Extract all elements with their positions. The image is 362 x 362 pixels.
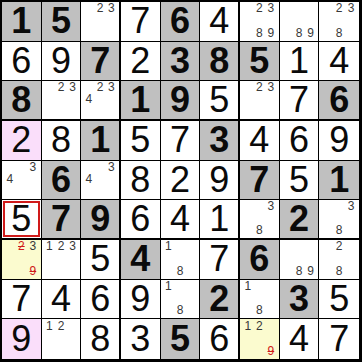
candidate-grid: 238 xyxy=(321,2,357,39)
candidate-grid: 18 xyxy=(163,280,198,317)
candidate-2: 2 xyxy=(333,2,345,14)
candidate-grid: 2389 xyxy=(242,2,277,39)
solved-digit: 6 xyxy=(209,321,229,357)
candidate-2: 2 xyxy=(95,2,106,14)
solved-digit: 2 xyxy=(11,122,31,158)
given-digit: 1 xyxy=(90,122,110,158)
given-digit: 2 xyxy=(209,281,229,317)
cell-r7c2[interactable]: 123 xyxy=(42,240,82,280)
candidate-8: 8 xyxy=(254,26,266,38)
solved-digit: 2 xyxy=(130,43,150,79)
cell-r8c9[interactable]: 5 xyxy=(319,280,359,320)
cell-r7c6[interactable]: 7 xyxy=(200,240,240,280)
solved-digit: 5 xyxy=(90,241,110,277)
solved-digit: 8 xyxy=(130,162,150,198)
cell-r4c3[interactable]: 1 xyxy=(81,121,121,161)
given-digit: 1 xyxy=(11,3,31,39)
candidate-8: 8 xyxy=(174,304,186,316)
given-digit: 5 xyxy=(51,3,71,39)
cell-r8c1[interactable]: 7 xyxy=(2,280,42,320)
cell-r2c4[interactable]: 2 xyxy=(121,42,161,82)
candidate-1: 1 xyxy=(163,280,175,292)
given-digit: 6 xyxy=(329,82,349,118)
cell-r7c8[interactable]: 89 xyxy=(280,240,320,280)
cell-r3c6[interactable]: 5 xyxy=(200,81,240,121)
cell-r6c3[interactable]: 9 xyxy=(81,200,121,240)
candidate-grid: 28 xyxy=(321,240,357,277)
candidate-grid: 34 xyxy=(83,161,117,198)
cell-r7c9[interactable]: 28 xyxy=(319,240,359,280)
cell-r3c1[interactable]: 8 xyxy=(2,81,42,121)
cell-r2c7[interactable]: 5 xyxy=(240,42,280,82)
cell-r5c4[interactable]: 8 xyxy=(121,161,161,201)
candidate-grid: 18 xyxy=(163,240,198,277)
solved-digit: 7 xyxy=(329,321,349,357)
cell-r9c9[interactable]: 7 xyxy=(319,319,359,359)
cell-r2c9[interactable]: 4 xyxy=(319,42,359,82)
solved-digit: 6 xyxy=(11,43,31,79)
cell-r5c9[interactable]: 1 xyxy=(319,161,359,201)
candidate-2: 2 xyxy=(95,81,106,93)
given-digit: 9 xyxy=(170,82,190,118)
candidate-2: 2 xyxy=(55,319,67,332)
cell-r6c7[interactable]: 38 xyxy=(240,200,280,240)
candidate-2: 2 xyxy=(55,81,67,93)
candidate-9: 9 xyxy=(305,264,317,276)
cell-r5c5[interactable]: 2 xyxy=(161,161,201,201)
candidate-2: 2 xyxy=(254,2,266,14)
candidate-8: 8 xyxy=(293,264,305,276)
solved-digit: 5 xyxy=(289,162,309,198)
candidate-3: 3 xyxy=(106,2,117,14)
solved-digit: 4 xyxy=(329,43,349,79)
cell-r9c1[interactable]: 9 xyxy=(2,319,42,359)
cell-r9c7[interactable]: 129 xyxy=(240,319,280,359)
cell-r9c8[interactable]: 4 xyxy=(280,319,320,359)
cell-r8c3[interactable]: 6 xyxy=(81,280,121,320)
solved-digit: 6 xyxy=(289,122,309,158)
solved-digit: 5 xyxy=(130,122,150,158)
given-digit: 3 xyxy=(289,281,309,317)
solved-digit: 2 xyxy=(170,162,190,198)
solved-digit: 9 xyxy=(209,162,229,198)
candidate-grid: 18 xyxy=(242,280,277,317)
candidate-3: 3 xyxy=(345,200,357,212)
cell-r6c2[interactable]: 7 xyxy=(42,200,82,240)
cell-r6c9[interactable]: 38 xyxy=(319,200,359,240)
candidate-3: 3 xyxy=(106,81,117,93)
candidate-8: 8 xyxy=(254,224,266,236)
given-digit: 8 xyxy=(11,82,31,118)
eliminated-candidate-9: 9 xyxy=(265,344,277,357)
candidate-grid: 129 xyxy=(242,319,277,357)
candidate-1: 1 xyxy=(242,280,254,292)
candidate-9: 9 xyxy=(305,26,317,38)
candidate-grid: 239 xyxy=(4,240,39,277)
cell-r9c2[interactable]: 12 xyxy=(42,319,82,359)
solved-digit: 7 xyxy=(11,281,31,317)
candidate-8: 8 xyxy=(174,264,186,276)
candidate-8: 8 xyxy=(333,26,345,38)
cell-r4c5[interactable]: 7 xyxy=(161,121,201,161)
cell-r5c6[interactable]: 9 xyxy=(200,161,240,201)
cell-r7c1[interactable]: 239 xyxy=(2,240,42,280)
candidate-grid: 23 xyxy=(44,81,79,117)
cell-r2c1[interactable]: 6 xyxy=(2,42,42,82)
cell-r2c8[interactable]: 1 xyxy=(280,42,320,82)
cell-r8c5[interactable]: 18 xyxy=(161,280,201,320)
cell-r8c7[interactable]: 18 xyxy=(240,280,280,320)
cell-r3c4[interactable]: 1 xyxy=(121,81,161,121)
cell-r9c3[interactable]: 8 xyxy=(81,319,121,359)
given-digit: 1 xyxy=(329,162,349,198)
cell-r5c8[interactable]: 5 xyxy=(280,161,320,201)
cell-r9c6[interactable]: 6 xyxy=(200,319,240,359)
solved-digit: 9 xyxy=(329,122,349,158)
cell-r1c4[interactable]: 7 xyxy=(121,2,161,42)
candidate-grid: 23 xyxy=(83,2,117,39)
candidate-2: 2 xyxy=(333,240,345,252)
cell-r6c1[interactable]: 5 xyxy=(2,200,42,240)
solved-digit: 4 xyxy=(249,122,269,158)
cell-r3c5[interactable]: 9 xyxy=(161,81,201,121)
cell-r3c3[interactable]: 234 xyxy=(81,81,121,121)
cell-r4c4[interactable]: 5 xyxy=(121,121,161,161)
cell-r1c6[interactable]: 4 xyxy=(200,2,240,42)
cell-r4c6[interactable]: 3 xyxy=(200,121,240,161)
solved-digit: 9 xyxy=(51,43,71,79)
candidate-grid: 123 xyxy=(44,240,79,277)
solved-digit: 1 xyxy=(289,43,309,79)
solved-digit: 7 xyxy=(130,3,150,39)
cell-r6c4[interactable]: 6 xyxy=(121,200,161,240)
candidate-2: 2 xyxy=(254,81,266,93)
solved-digit: 7 xyxy=(170,122,190,158)
cell-r3c2[interactable]: 23 xyxy=(42,81,82,121)
cell-r7c7[interactable]: 6 xyxy=(240,240,280,280)
candidate-grid: 234 xyxy=(83,81,117,117)
candidate-grid: 89 xyxy=(282,240,317,277)
candidate-4: 4 xyxy=(83,173,94,185)
given-digit: 7 xyxy=(249,162,269,198)
solved-digit: 6 xyxy=(90,281,110,317)
candidate-8: 8 xyxy=(333,264,345,276)
cell-r8c4[interactable]: 9 xyxy=(121,280,161,320)
cell-r8c6[interactable]: 2 xyxy=(200,280,240,320)
given-digit: 6 xyxy=(51,162,71,198)
candidate-3: 3 xyxy=(27,161,39,173)
candidate-1: 1 xyxy=(44,240,56,252)
cell-r4c2[interactable]: 8 xyxy=(42,121,82,161)
cell-r5c2[interactable]: 6 xyxy=(42,161,82,201)
cell-r2c6[interactable]: 8 xyxy=(200,42,240,82)
given-digit: 6 xyxy=(249,241,269,277)
given-digit: 1 xyxy=(130,82,150,118)
candidate-grid: 89 xyxy=(282,2,317,39)
solved-digit: 7 xyxy=(289,82,309,118)
candidate-8: 8 xyxy=(333,224,345,236)
cell-r1c7[interactable]: 2389 xyxy=(240,2,280,42)
solved-digit: 5 xyxy=(11,201,31,237)
candidate-grid: 12 xyxy=(44,319,79,357)
cell-r1c9[interactable]: 238 xyxy=(319,2,359,42)
candidate-8: 8 xyxy=(254,304,266,316)
candidate-3: 3 xyxy=(27,240,39,252)
solved-digit: 4 xyxy=(209,3,229,39)
cell-r4c8[interactable]: 6 xyxy=(280,121,320,161)
candidate-2: 2 xyxy=(254,319,266,332)
given-digit: 6 xyxy=(170,3,190,39)
given-digit: 8 xyxy=(209,43,229,79)
solved-digit: 4 xyxy=(289,321,309,357)
candidate-2: 2 xyxy=(55,240,67,252)
cell-r3c8[interactable]: 7 xyxy=(280,81,320,121)
candidate-1: 1 xyxy=(242,319,254,332)
cell-r2c2[interactable]: 9 xyxy=(42,42,82,82)
cell-r1c5[interactable]: 6 xyxy=(161,2,201,42)
solved-digit: 5 xyxy=(209,82,229,118)
solved-digit: 1 xyxy=(209,201,229,237)
solved-digit: 9 xyxy=(11,321,31,357)
cell-r1c8[interactable]: 89 xyxy=(280,2,320,42)
cell-r5c7[interactable]: 7 xyxy=(240,161,280,201)
cell-r6c8[interactable]: 2 xyxy=(280,200,320,240)
candidate-3: 3 xyxy=(265,81,277,93)
given-digit: 5 xyxy=(249,43,269,79)
given-digit: 5 xyxy=(170,321,190,357)
cell-r7c5[interactable]: 18 xyxy=(161,240,201,280)
candidate-3: 3 xyxy=(106,161,117,173)
sudoku-board: 1523764238989238697238514823234195237628… xyxy=(0,0,362,362)
cell-r1c1[interactable]: 1 xyxy=(2,2,42,42)
candidate-3: 3 xyxy=(67,81,79,93)
cell-r7c3[interactable]: 5 xyxy=(81,240,121,280)
cell-r3c9[interactable]: 6 xyxy=(319,81,359,121)
candidate-4: 4 xyxy=(4,173,16,185)
solved-digit: 9 xyxy=(130,281,150,317)
candidate-grid: 23 xyxy=(242,81,277,117)
solved-digit: 8 xyxy=(90,321,110,357)
candidate-3: 3 xyxy=(345,2,357,14)
solved-digit: 3 xyxy=(130,321,150,357)
cell-r2c3[interactable]: 7 xyxy=(81,42,121,82)
solved-digit: 5 xyxy=(329,281,349,317)
candidate-3: 3 xyxy=(265,2,277,14)
solved-digit: 6 xyxy=(130,201,150,237)
eliminated-candidate-9: 9 xyxy=(27,264,39,276)
eliminated-candidate-2: 2 xyxy=(16,240,28,252)
cell-r4c7[interactable]: 4 xyxy=(240,121,280,161)
cell-r9c5[interactable]: 5 xyxy=(161,319,201,359)
given-digit: 9 xyxy=(90,201,110,237)
cell-r2c5[interactable]: 3 xyxy=(161,42,201,82)
candidate-8: 8 xyxy=(293,26,305,38)
candidate-3: 3 xyxy=(67,240,79,252)
given-digit: 3 xyxy=(170,43,190,79)
cell-r4c9[interactable]: 9 xyxy=(319,121,359,161)
candidate-grid: 38 xyxy=(242,200,277,236)
candidate-grid: 34 xyxy=(4,161,39,198)
given-digit: 2 xyxy=(289,201,309,237)
cell-r3c7[interactable]: 23 xyxy=(240,81,280,121)
cell-r6c6[interactable]: 1 xyxy=(200,200,240,240)
candidate-1: 1 xyxy=(44,319,56,332)
cell-r8c2[interactable]: 4 xyxy=(42,280,82,320)
cell-r6c5[interactable]: 4 xyxy=(161,200,201,240)
candidate-4: 4 xyxy=(83,93,94,105)
solved-digit: 4 xyxy=(170,201,190,237)
given-digit: 7 xyxy=(90,43,110,79)
candidate-1: 1 xyxy=(163,240,175,252)
given-digit: 4 xyxy=(130,241,150,277)
candidate-grid: 38 xyxy=(321,200,357,236)
solved-digit: 8 xyxy=(51,122,71,158)
cell-r5c3[interactable]: 34 xyxy=(81,161,121,201)
cell-r8c8[interactable]: 3 xyxy=(280,280,320,320)
cell-r7c4[interactable]: 4 xyxy=(121,240,161,280)
given-digit: 3 xyxy=(209,122,229,158)
solved-digit: 7 xyxy=(209,241,229,277)
cell-r9c4[interactable]: 3 xyxy=(121,319,161,359)
cell-r1c2[interactable]: 5 xyxy=(42,2,82,42)
cell-r5c1[interactable]: 34 xyxy=(2,161,42,201)
cell-r4c1[interactable]: 2 xyxy=(2,121,42,161)
solved-digit: 4 xyxy=(51,281,71,317)
candidate-9: 9 xyxy=(265,26,277,38)
candidate-3: 3 xyxy=(265,200,277,212)
given-digit: 7 xyxy=(51,201,71,237)
cell-r1c3[interactable]: 23 xyxy=(81,2,121,42)
